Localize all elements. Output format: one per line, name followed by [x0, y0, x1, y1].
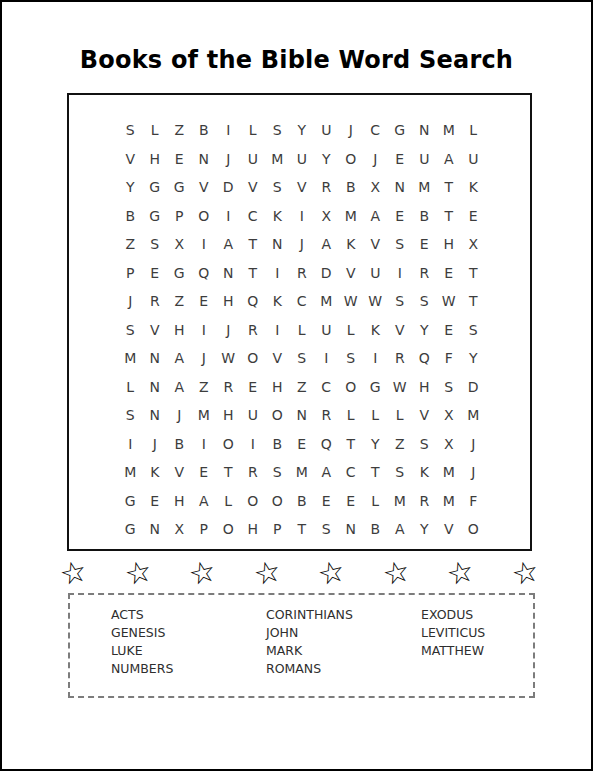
grid-cell-r8c10[interactable]: L: [339, 316, 364, 345]
grid-cell-r8c13[interactable]: Y: [412, 316, 437, 345]
grid-cell-r15c10[interactable]: N: [339, 515, 364, 544]
grid-cell-r13c2[interactable]: K: [143, 458, 168, 487]
grid-cell-r3c11[interactable]: X: [363, 173, 388, 202]
grid-cell-r4c8[interactable]: I: [290, 202, 315, 231]
grid-cell-r11c13[interactable]: V: [412, 401, 437, 430]
word-item: MATTHEW: [421, 642, 485, 660]
grid-cell-r15c4[interactable]: P: [192, 515, 217, 544]
word-item: GENESIS: [111, 624, 173, 642]
grid-cell-r2c3[interactable]: E: [167, 145, 192, 174]
grid-cell-r5c12[interactable]: S: [388, 230, 413, 259]
grid-cell-r7c4[interactable]: E: [192, 287, 217, 316]
grid-cell-r2c1[interactable]: V: [118, 145, 143, 174]
grid-cell-r13c3[interactable]: V: [167, 458, 192, 487]
grid-cell-r7c5[interactable]: H: [216, 287, 241, 316]
grid-cell-r11c2[interactable]: N: [143, 401, 168, 430]
grid-cell-r2c12[interactable]: E: [388, 145, 413, 174]
grid-cell-r5c6[interactable]: T: [241, 230, 266, 259]
grid-cell-r13c11[interactable]: T: [363, 458, 388, 487]
grid-cell-r6c4[interactable]: Q: [192, 259, 217, 288]
grid-cell-r1c15[interactable]: L: [461, 116, 486, 145]
grid-cell-r10c6[interactable]: E: [241, 373, 266, 402]
grid-cell-r13c13[interactable]: K: [412, 458, 437, 487]
grid-cell-r12c3[interactable]: B: [167, 430, 192, 459]
grid-cell-r7c9[interactable]: M: [314, 287, 339, 316]
grid-cell-r13c7[interactable]: S: [265, 458, 290, 487]
grid-cell-r15c5[interactable]: O: [216, 515, 241, 544]
grid-cell-r11c5[interactable]: H: [216, 401, 241, 430]
grid-cell-r5c15[interactable]: X: [461, 230, 486, 259]
stars-row: ☆☆☆☆☆☆☆☆: [60, 554, 539, 592]
grid-cell-r10c8[interactable]: Z: [290, 373, 315, 402]
grid-cell-r8c9[interactable]: U: [314, 316, 339, 345]
grid-cell-r3c13[interactable]: M: [412, 173, 437, 202]
word-list-column-1: ACTSGENESISLUKENUMBERS: [111, 606, 173, 678]
grid-cell-r15c8[interactable]: T: [290, 515, 315, 544]
star-icon: ☆: [57, 555, 90, 591]
grid-cell-r4c11[interactable]: A: [363, 202, 388, 231]
grid-cell-r2c5[interactable]: J: [216, 145, 241, 174]
grid-cell-r9c15[interactable]: Y: [461, 344, 486, 373]
grid-cell-r10c1[interactable]: L: [118, 373, 143, 402]
grid-cell-r2c15[interactable]: U: [461, 145, 486, 174]
grid-cell-r7c7[interactable]: K: [265, 287, 290, 316]
grid-cell-r1c7[interactable]: S: [265, 116, 290, 145]
grid-cell-r4c5[interactable]: I: [216, 202, 241, 231]
grid-cell-r7c10[interactable]: W: [339, 287, 364, 316]
grid-cell-r9c3[interactable]: A: [167, 344, 192, 373]
grid-cell-r8c14[interactable]: E: [437, 316, 462, 345]
grid-cell-r12c5[interactable]: O: [216, 430, 241, 459]
grid-cell-r4c15[interactable]: E: [461, 202, 486, 231]
grid-cell-r12c12[interactable]: Z: [388, 430, 413, 459]
grid-cell-r15c15[interactable]: O: [461, 515, 486, 544]
grid-cell-r7c1[interactable]: J: [118, 287, 143, 316]
grid-cell-r11c7[interactable]: O: [265, 401, 290, 430]
grid-cell-r12c1[interactable]: I: [118, 430, 143, 459]
grid-cell-r3c7[interactable]: S: [265, 173, 290, 202]
grid-cell-r2c7[interactable]: M: [265, 145, 290, 174]
grid-cell-r11c12[interactable]: L: [388, 401, 413, 430]
word-list-column-3: EXODUSLEVITICUSMATTHEW: [421, 606, 485, 660]
grid-cell-r1c8[interactable]: Y: [290, 116, 315, 145]
grid-cell-r2c4[interactable]: N: [192, 145, 217, 174]
grid-cell-r5c11[interactable]: V: [363, 230, 388, 259]
grid-cell-r5c9[interactable]: A: [314, 230, 339, 259]
grid-cell-r4c3[interactable]: P: [167, 202, 192, 231]
grid-cell-r10c7[interactable]: H: [265, 373, 290, 402]
grid-cell-r3c3[interactable]: G: [167, 173, 192, 202]
grid-cell-r10c14[interactable]: S: [437, 373, 462, 402]
grid-cell-r12c9[interactable]: Q: [314, 430, 339, 459]
word-item: JOHN: [266, 624, 353, 642]
grid-cell-r12c15[interactable]: J: [461, 430, 486, 459]
grid-cell-r10c5[interactable]: R: [216, 373, 241, 402]
grid-cell-r14c8[interactable]: B: [290, 487, 315, 516]
grid-cell-r8c8[interactable]: L: [290, 316, 315, 345]
grid-cell-r8c11[interactable]: K: [363, 316, 388, 345]
grid-cell-r12c2[interactable]: J: [143, 430, 168, 459]
grid-cell-r6c3[interactable]: G: [167, 259, 192, 288]
grid-cell-r7c8[interactable]: C: [290, 287, 315, 316]
grid-cell-r8c1[interactable]: S: [118, 316, 143, 345]
grid-cell-r11c6[interactable]: U: [241, 401, 266, 430]
grid-cell-r6c11[interactable]: U: [363, 259, 388, 288]
grid-cell-r15c13[interactable]: Y: [412, 515, 437, 544]
grid-cell-r5c7[interactable]: N: [265, 230, 290, 259]
grid-cell-r5c4[interactable]: I: [192, 230, 217, 259]
star-icon: ☆: [186, 555, 219, 591]
grid-cell-r8c4[interactable]: I: [192, 316, 217, 345]
grid-cell-r9c1[interactable]: M: [118, 344, 143, 373]
word-item: LEVITICUS: [421, 624, 485, 642]
grid-cell-r1c2[interactable]: L: [143, 116, 168, 145]
grid-cell-r11c9[interactable]: R: [314, 401, 339, 430]
grid-cell-r6c15[interactable]: T: [461, 259, 486, 288]
grid-cell-r11c4[interactable]: M: [192, 401, 217, 430]
grid-cell-r8c2[interactable]: V: [143, 316, 168, 345]
grid-cell-r10c2[interactable]: N: [143, 373, 168, 402]
grid-cell-r3c2[interactable]: G: [143, 173, 168, 202]
grid-cell-r9c6[interactable]: O: [241, 344, 266, 373]
grid-cell-r5c1[interactable]: Z: [118, 230, 143, 259]
grid-cell-r4c4[interactable]: O: [192, 202, 217, 231]
grid-cell-r12c4[interactable]: I: [192, 430, 217, 459]
word-item: MARK: [266, 642, 353, 660]
grid-cell-r3c4[interactable]: V: [192, 173, 217, 202]
grid-cell-r12c6[interactable]: I: [241, 430, 266, 459]
grid-cell-r4c13[interactable]: B: [412, 202, 437, 231]
grid-cell-r2c2[interactable]: H: [143, 145, 168, 174]
grid-cell-r6c1[interactable]: P: [118, 259, 143, 288]
grid-cell-r9c9[interactable]: I: [314, 344, 339, 373]
grid-cell-r8c12[interactable]: V: [388, 316, 413, 345]
grid-cell-r7c11[interactable]: W: [363, 287, 388, 316]
grid-cell-r10c3[interactable]: A: [167, 373, 192, 402]
star-icon: ☆: [444, 555, 477, 591]
grid-cell-r15c14[interactable]: V: [437, 515, 462, 544]
grid-cell-r1c10[interactable]: J: [339, 116, 364, 145]
grid-cell-r9c12[interactable]: R: [388, 344, 413, 373]
star-icon: ☆: [380, 555, 413, 591]
word-list-box: ACTSGENESISLUKENUMBERS CORINTHIANSJOHNMA…: [68, 593, 535, 698]
grid-cell-r3c10[interactable]: B: [339, 173, 364, 202]
grid-cell-r9c14[interactable]: F: [437, 344, 462, 373]
grid-cell-r9c10[interactable]: S: [339, 344, 364, 373]
grid-cell-r13c1[interactable]: M: [118, 458, 143, 487]
grid-cell-r12c10[interactable]: T: [339, 430, 364, 459]
grid-cell-r7c2[interactable]: R: [143, 287, 168, 316]
word-item: CORINTHIANS: [266, 606, 353, 624]
grid-cell-r2c11[interactable]: J: [363, 145, 388, 174]
grid-cell-r14c6[interactable]: O: [241, 487, 266, 516]
grid-cell-r11c8[interactable]: N: [290, 401, 315, 430]
grid-cell-r8c15[interactable]: S: [461, 316, 486, 345]
grid-cell-r12c7[interactable]: B: [265, 430, 290, 459]
grid-cell-r3c1[interactable]: Y: [118, 173, 143, 202]
grid-cell-r14c10[interactable]: E: [339, 487, 364, 516]
grid-cell-r10c10[interactable]: O: [339, 373, 364, 402]
grid-cell-r4c9[interactable]: X: [314, 202, 339, 231]
star-icon: ☆: [315, 555, 348, 591]
grid-cell-r4c7[interactable]: K: [265, 202, 290, 231]
grid-cell-r8c6[interactable]: R: [241, 316, 266, 345]
grid-cell-r4c14[interactable]: T: [437, 202, 462, 231]
grid-cell-r10c9[interactable]: C: [314, 373, 339, 402]
grid-cell-r11c11[interactable]: L: [363, 401, 388, 430]
grid-cell-r14c5[interactable]: L: [216, 487, 241, 516]
grid-cell-r13c4[interactable]: E: [192, 458, 217, 487]
word-item: NUMBERS: [111, 660, 173, 678]
grid-cell-r15c2[interactable]: N: [143, 515, 168, 544]
grid-cell-r4c2[interactable]: G: [143, 202, 168, 231]
grid-cell-r2c14[interactable]: A: [437, 145, 462, 174]
grid-cell-r6c14[interactable]: E: [437, 259, 462, 288]
grid-cell-r10c13[interactable]: H: [412, 373, 437, 402]
grid-cell-r13c15[interactable]: J: [461, 458, 486, 487]
grid-cell-r14c14[interactable]: M: [437, 487, 462, 516]
grid-cell-r6c2[interactable]: E: [143, 259, 168, 288]
word-search-board: SLZBILSYUJCGNMLVHENJUMUYOJEUAUYGGVDVSVRB…: [67, 93, 532, 551]
grid-cell-r15c9[interactable]: S: [314, 515, 339, 544]
grid-cell-r1c3[interactable]: Z: [167, 116, 192, 145]
grid-cell-r13c10[interactable]: C: [339, 458, 364, 487]
grid-cell-r13c12[interactable]: S: [388, 458, 413, 487]
grid-cell-r11c1[interactable]: S: [118, 401, 143, 430]
grid-cell-r6c7[interactable]: I: [265, 259, 290, 288]
grid-cell-r13c5[interactable]: T: [216, 458, 241, 487]
word-item: ACTS: [111, 606, 173, 624]
grid-cell-r13c8[interactable]: M: [290, 458, 315, 487]
grid-cell-r5c14[interactable]: H: [437, 230, 462, 259]
grid-cell-r6c8[interactable]: R: [290, 259, 315, 288]
grid-cell-r13c9[interactable]: A: [314, 458, 339, 487]
grid-cell-r9c2[interactable]: N: [143, 344, 168, 373]
grid-cell-r12c13[interactable]: S: [412, 430, 437, 459]
grid-cell-r8c7[interactable]: I: [265, 316, 290, 345]
grid-cell-r4c1[interactable]: B: [118, 202, 143, 231]
grid-cell-r10c4[interactable]: Z: [192, 373, 217, 402]
grid-cell-r2c13[interactable]: U: [412, 145, 437, 174]
grid-cell-r9c7[interactable]: V: [265, 344, 290, 373]
grid-cell-r6c10[interactable]: V: [339, 259, 364, 288]
grid-cell-r14c4[interactable]: A: [192, 487, 217, 516]
grid-cell-r8c3[interactable]: H: [167, 316, 192, 345]
grid-cell-r8c5[interactable]: J: [216, 316, 241, 345]
grid-cell-r7c14[interactable]: W: [437, 287, 462, 316]
page-title: Books of the Bible Word Search: [2, 46, 591, 74]
grid-cell-r14c2[interactable]: E: [143, 487, 168, 516]
grid-cell-r6c6[interactable]: T: [241, 259, 266, 288]
grid-cell-r5c3[interactable]: X: [167, 230, 192, 259]
grid-cell-r11c15[interactable]: M: [461, 401, 486, 430]
grid-cell-r10c11[interactable]: G: [363, 373, 388, 402]
word-list-column-2: CORINTHIANSJOHNMARKROMANS: [266, 606, 353, 678]
grid-cell-r10c15[interactable]: D: [461, 373, 486, 402]
grid-cell-r13c6[interactable]: R: [241, 458, 266, 487]
grid-cell-r5c8[interactable]: J: [290, 230, 315, 259]
grid-cell-r3c15[interactable]: K: [461, 173, 486, 202]
grid-cell-r14c13[interactable]: R: [412, 487, 437, 516]
grid-cell-r15c7[interactable]: P: [265, 515, 290, 544]
grid-cell-r3c9[interactable]: R: [314, 173, 339, 202]
grid-cell-r1c13[interactable]: N: [412, 116, 437, 145]
grid-cell-r3c6[interactable]: V: [241, 173, 266, 202]
grid-cell-r11c3[interactable]: J: [167, 401, 192, 430]
grid-cell-r10c12[interactable]: W: [388, 373, 413, 402]
grid-cell-r3c12[interactable]: N: [388, 173, 413, 202]
grid-cell-r6c5[interactable]: N: [216, 259, 241, 288]
grid-cell-r7c3[interactable]: Z: [167, 287, 192, 316]
grid-cell-r1c14[interactable]: M: [437, 116, 462, 145]
worksheet-page: Books of the Bible Word Search SLZBILSYU…: [0, 0, 593, 771]
grid-cell-r15c3[interactable]: X: [167, 515, 192, 544]
grid-cell-r3c14[interactable]: T: [437, 173, 462, 202]
grid-cell-r2c8[interactable]: U: [290, 145, 315, 174]
grid-cell-r1c9[interactable]: U: [314, 116, 339, 145]
grid-cell-r1c11[interactable]: C: [363, 116, 388, 145]
grid-cell-r14c11[interactable]: L: [363, 487, 388, 516]
grid-cell-r12c8[interactable]: E: [290, 430, 315, 459]
grid-cell-r7c12[interactable]: S: [388, 287, 413, 316]
grid-cell-r5c10[interactable]: K: [339, 230, 364, 259]
grid-cell-r9c8[interactable]: S: [290, 344, 315, 373]
grid-cell-r1c1[interactable]: S: [118, 116, 143, 145]
grid-cell-r1c4[interactable]: B: [192, 116, 217, 145]
grid-cell-r15c12[interactable]: A: [388, 515, 413, 544]
grid-cell-r12c11[interactable]: Y: [363, 430, 388, 459]
grid-cell-r7c15[interactable]: T: [461, 287, 486, 316]
grid-cell-r9c11[interactable]: I: [363, 344, 388, 373]
grid-cell-r14c15[interactable]: F: [461, 487, 486, 516]
grid-cell-r5c2[interactable]: S: [143, 230, 168, 259]
grid-cell-r7c13[interactable]: S: [412, 287, 437, 316]
star-icon: ☆: [509, 555, 542, 591]
grid-cell-r15c6[interactable]: H: [241, 515, 266, 544]
star-icon: ☆: [121, 555, 154, 591]
grid-cell-r9c5[interactable]: W: [216, 344, 241, 373]
grid-cell-r4c12[interactable]: E: [388, 202, 413, 231]
word-item: LUKE: [111, 642, 173, 660]
grid-cell-r14c1[interactable]: G: [118, 487, 143, 516]
star-icon: ☆: [251, 555, 284, 591]
grid-cell-r2c9[interactable]: Y: [314, 145, 339, 174]
grid-cell-r12c14[interactable]: X: [437, 430, 462, 459]
grid-cell-r2c10[interactable]: O: [339, 145, 364, 174]
grid-cell-r5c5[interactable]: A: [216, 230, 241, 259]
grid-cell-r3c8[interactable]: V: [290, 173, 315, 202]
grid-cell-r15c11[interactable]: B: [363, 515, 388, 544]
grid-cell-r1c6[interactable]: L: [241, 116, 266, 145]
letter-grid: SLZBILSYUJCGNMLVHENJUMUYOJEUAUYGGVDVSVRB…: [118, 116, 486, 544]
grid-cell-r13c14[interactable]: M: [437, 458, 462, 487]
grid-cell-r14c9[interactable]: E: [314, 487, 339, 516]
grid-cell-r7c6[interactable]: Q: [241, 287, 266, 316]
grid-cell-r4c6[interactable]: C: [241, 202, 266, 231]
grid-cell-r9c4[interactable]: J: [192, 344, 217, 373]
grid-cell-r1c12[interactable]: G: [388, 116, 413, 145]
grid-cell-r14c12[interactable]: M: [388, 487, 413, 516]
grid-cell-r14c3[interactable]: H: [167, 487, 192, 516]
grid-cell-r11c10[interactable]: L: [339, 401, 364, 430]
grid-cell-r4c10[interactable]: M: [339, 202, 364, 231]
grid-cell-r2c6[interactable]: U: [241, 145, 266, 174]
grid-cell-r6c13[interactable]: R: [412, 259, 437, 288]
word-item: ROMANS: [266, 660, 353, 678]
grid-cell-r11c14[interactable]: X: [437, 401, 462, 430]
grid-cell-r3c5[interactable]: D: [216, 173, 241, 202]
grid-cell-r9c13[interactable]: Q: [412, 344, 437, 373]
grid-cell-r15c1[interactable]: G: [118, 515, 143, 544]
grid-cell-r6c9[interactable]: D: [314, 259, 339, 288]
grid-cell-r6c12[interactable]: I: [388, 259, 413, 288]
grid-cell-r14c7[interactable]: O: [265, 487, 290, 516]
grid-cell-r1c5[interactable]: I: [216, 116, 241, 145]
grid-cell-r5c13[interactable]: E: [412, 230, 437, 259]
word-item: EXODUS: [421, 606, 485, 624]
